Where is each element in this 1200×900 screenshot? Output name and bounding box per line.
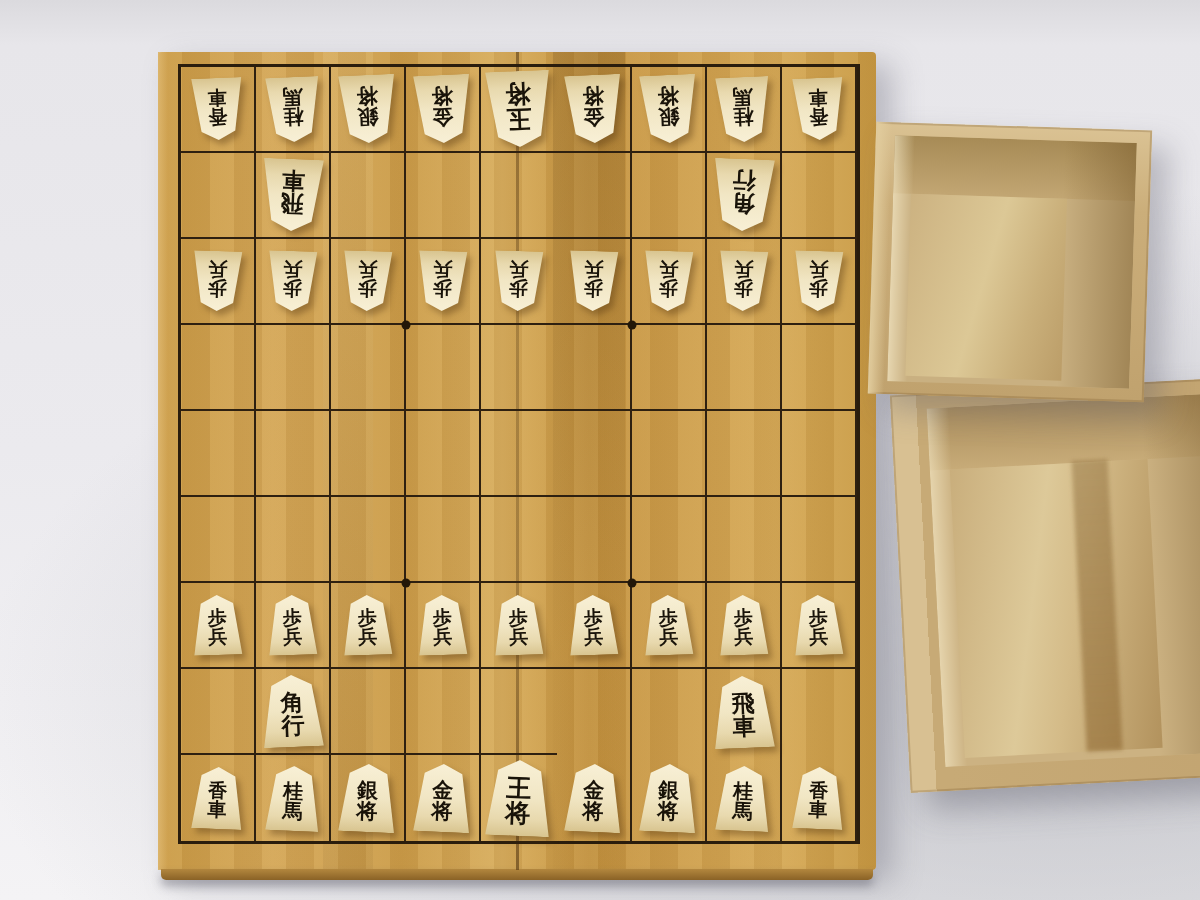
piece-kanji: 歩兵 [208, 260, 228, 299]
piece-kanji: 桂馬 [282, 87, 304, 128]
piece-gote-silver[interactable]: 銀将 [640, 75, 697, 143]
piece-face: 歩兵 [267, 250, 318, 311]
piece-face: 香車 [191, 766, 245, 830]
piece-face: 歩兵 [793, 250, 844, 311]
piece-kanji: 歩兵 [733, 608, 753, 647]
piece-kanji: 香車 [808, 88, 829, 127]
piece-face: 歩兵 [494, 250, 545, 311]
square-4a[interactable]: 金将 [557, 67, 632, 153]
piece-kanji: 歩兵 [808, 608, 828, 647]
square-5e[interactable] [481, 411, 556, 497]
square-9b[interactable] [181, 153, 256, 239]
square-7d[interactable] [331, 325, 406, 411]
piece-face: 歩兵 [342, 250, 393, 311]
piece-sente-bishop[interactable]: 角行 [262, 675, 323, 747]
square-2a[interactable]: 桂馬 [707, 67, 782, 153]
square-8d[interactable] [256, 325, 331, 411]
piece-kanji: 玉将 [505, 81, 532, 132]
square-9g[interactable]: 歩兵 [181, 583, 256, 669]
piece-face: 香車 [191, 77, 245, 141]
piece-kanji: 金将 [582, 779, 605, 822]
piece-sente-pawn[interactable]: 歩兵 [418, 595, 467, 655]
piece-kanji: 角行 [731, 169, 756, 216]
piece-kanji: 歩兵 [358, 608, 378, 647]
piece-kanji: 桂馬 [282, 780, 304, 821]
piece-face: 歩兵 [718, 250, 769, 311]
square-7f[interactable] [331, 497, 406, 583]
piece-kanji: 歩兵 [733, 260, 753, 299]
board-grid: 香車桂馬銀将金将玉将金将銀将桂馬香車飛車角行歩兵歩兵歩兵歩兵歩兵歩兵歩兵歩兵歩兵… [178, 64, 860, 844]
square-5f[interactable] [481, 497, 556, 583]
piece-face: 角行 [711, 158, 775, 232]
piece-kanji: 歩兵 [433, 608, 453, 647]
square-3g[interactable]: 歩兵 [632, 583, 707, 669]
piece-gote-king[interactable]: 玉将 [486, 71, 551, 147]
square-5h[interactable] [481, 669, 556, 755]
piece-face: 桂馬 [715, 764, 772, 831]
piece-gote-bishop[interactable]: 角行 [713, 159, 774, 231]
piece-kanji: 歩兵 [208, 608, 228, 647]
piece-kanji: 歩兵 [658, 260, 678, 299]
shogi-board: 香車桂馬銀将金将玉将金将銀将桂馬香車飛車角行歩兵歩兵歩兵歩兵歩兵歩兵歩兵歩兵歩兵… [158, 52, 876, 870]
square-9h[interactable] [181, 669, 256, 755]
piece-kanji: 飛車 [280, 169, 305, 216]
square-3e[interactable] [632, 411, 707, 497]
piece-kanji: 歩兵 [509, 608, 529, 647]
square-9f[interactable] [181, 497, 256, 583]
piece-kanji: 香車 [207, 88, 228, 127]
piece-box-small [868, 122, 1152, 403]
square-3h[interactable] [632, 669, 707, 755]
piece-sente-knight[interactable]: 桂馬 [266, 766, 320, 831]
piece-face: 銀将 [638, 74, 698, 144]
piece-face: 歩兵 [267, 594, 318, 655]
square-3b[interactable] [632, 153, 707, 239]
piece-kanji: 歩兵 [433, 260, 453, 299]
piece-kanji: 王将 [505, 775, 532, 826]
square-6e[interactable] [406, 411, 481, 497]
piece-gote-knight[interactable]: 桂馬 [716, 77, 770, 142]
square-4i[interactable]: 金将 [557, 755, 632, 841]
piece-sente-pawn[interactable]: 歩兵 [569, 595, 618, 655]
square-3i[interactable]: 銀将 [632, 755, 707, 841]
piece-sente-silver[interactable]: 銀将 [640, 764, 697, 832]
piece-face: 歩兵 [568, 594, 619, 655]
piece-kanji: 桂馬 [732, 780, 754, 821]
square-9d[interactable] [181, 325, 256, 411]
star-point [402, 579, 411, 588]
piece-sente-rook[interactable]: 飛車 [713, 676, 774, 748]
star-point [627, 579, 636, 588]
piece-face: 角行 [261, 674, 325, 748]
piece-face: 金将 [563, 763, 623, 833]
piece-face: 王将 [485, 759, 553, 838]
piece-face: 歩兵 [494, 594, 545, 655]
piece-sente-knight[interactable]: 桂馬 [716, 766, 770, 831]
square-1e[interactable] [782, 411, 857, 497]
piece-gote-gold[interactable]: 金将 [414, 75, 471, 143]
square-4b[interactable] [557, 153, 632, 239]
piece-kanji: 香車 [207, 781, 228, 820]
piece-box-small-interior [887, 135, 1137, 388]
piece-face: 歩兵 [192, 250, 243, 311]
piece-face: 歩兵 [418, 594, 469, 655]
piece-kanji: 銀将 [657, 85, 680, 128]
star-point [402, 320, 411, 329]
piece-kanji: 歩兵 [283, 608, 303, 647]
piece-gote-knight[interactable]: 桂馬 [266, 77, 320, 142]
piece-gote-rook[interactable]: 飛車 [262, 159, 323, 231]
piece-gote-pawn[interactable]: 歩兵 [418, 251, 467, 311]
square-6f[interactable] [406, 497, 481, 583]
square-3d[interactable] [632, 325, 707, 411]
piece-sente-lance[interactable]: 香車 [192, 767, 243, 829]
square-5b[interactable] [481, 153, 556, 239]
square-9a[interactable]: 香車 [181, 67, 256, 153]
piece-face: 金将 [563, 74, 623, 144]
piece-face: 金将 [413, 74, 473, 144]
square-6g[interactable]: 歩兵 [406, 583, 481, 669]
piece-face: 桂馬 [264, 75, 321, 142]
square-8h[interactable]: 角行 [256, 669, 331, 755]
piece-kanji: 桂馬 [732, 87, 754, 128]
piece-face: 銀将 [338, 763, 398, 833]
square-4e[interactable] [557, 411, 632, 497]
piece-sente-gold[interactable]: 金将 [565, 764, 622, 832]
piece-gote-lance[interactable]: 香車 [192, 78, 243, 140]
square-6i[interactable]: 金将 [406, 755, 481, 841]
piece-sente-pawn[interactable]: 歩兵 [268, 595, 317, 655]
piece-kanji: 角行 [280, 690, 305, 737]
piece-face: 歩兵 [418, 250, 469, 311]
square-4g[interactable]: 歩兵 [557, 583, 632, 669]
piece-face: 歩兵 [342, 594, 393, 655]
square-1b[interactable] [782, 153, 857, 239]
square-2d[interactable] [707, 325, 782, 411]
photo-scene: 香車桂馬銀将金将玉将金将銀将桂馬香車飛車角行歩兵歩兵歩兵歩兵歩兵歩兵歩兵歩兵歩兵… [0, 0, 1200, 900]
piece-kanji: 歩兵 [658, 608, 678, 647]
piece-face: 歩兵 [718, 594, 769, 655]
piece-sente-lance[interactable]: 香車 [793, 767, 844, 829]
piece-sente-pawn[interactable]: 歩兵 [719, 595, 768, 655]
piece-face: 香車 [792, 766, 846, 830]
square-2g[interactable]: 歩兵 [707, 583, 782, 669]
piece-gote-pawn[interactable]: 歩兵 [794, 251, 843, 311]
square-8b[interactable]: 飛車 [256, 153, 331, 239]
piece-kanji: 銀将 [657, 779, 680, 822]
square-7a[interactable]: 銀将 [331, 67, 406, 153]
piece-gote-lance[interactable]: 香車 [793, 78, 844, 140]
piece-face: 桂馬 [264, 764, 321, 831]
piece-gote-silver[interactable]: 銀将 [339, 75, 396, 143]
piece-face: 歩兵 [793, 594, 844, 655]
square-7h[interactable] [331, 669, 406, 755]
piece-sente-pawn[interactable]: 歩兵 [343, 595, 392, 655]
piece-kanji: 金将 [431, 85, 454, 128]
square-8g[interactable]: 歩兵 [256, 583, 331, 669]
square-8e[interactable] [256, 411, 331, 497]
square-2b[interactable]: 角行 [707, 153, 782, 239]
box-floor [950, 459, 1163, 758]
square-2f[interactable] [707, 497, 782, 583]
square-1i[interactable]: 香車 [782, 755, 857, 841]
piece-face: 歩兵 [643, 250, 694, 311]
piece-gote-pawn[interactable]: 歩兵 [193, 251, 242, 311]
piece-face: 歩兵 [192, 594, 243, 655]
piece-face: 飛車 [261, 158, 325, 232]
square-8c[interactable]: 歩兵 [256, 239, 331, 325]
piece-kanji: 歩兵 [283, 260, 303, 299]
box-right-wall [1057, 141, 1137, 389]
piece-face: 銀将 [638, 763, 698, 833]
square-6d[interactable] [406, 325, 481, 411]
square-5c[interactable]: 歩兵 [481, 239, 556, 325]
square-7i[interactable]: 銀将 [331, 755, 406, 841]
star-point [627, 320, 636, 329]
square-8a[interactable]: 桂馬 [256, 67, 331, 153]
piece-kanji: 金将 [582, 85, 605, 128]
square-9e[interactable] [181, 411, 256, 497]
piece-face: 桂馬 [715, 75, 772, 142]
square-1d[interactable] [782, 325, 857, 411]
piece-face: 玉将 [485, 70, 553, 149]
piece-face: 香車 [792, 77, 846, 141]
square-4c[interactable]: 歩兵 [557, 239, 632, 325]
piece-box-large [890, 377, 1200, 793]
piece-kanji: 銀将 [356, 779, 379, 822]
square-4f[interactable] [557, 497, 632, 583]
piece-face: 歩兵 [568, 250, 619, 311]
square-1g[interactable]: 歩兵 [782, 583, 857, 669]
square-2e[interactable] [707, 411, 782, 497]
square-1c[interactable]: 歩兵 [782, 239, 857, 325]
piece-gote-pawn[interactable]: 歩兵 [569, 251, 618, 311]
square-5i[interactable]: 王将 [481, 755, 556, 841]
square-3c[interactable]: 歩兵 [632, 239, 707, 325]
square-5a[interactable]: 玉将 [481, 67, 556, 153]
piece-gote-pawn[interactable]: 歩兵 [494, 251, 543, 311]
piece-face: 歩兵 [643, 594, 694, 655]
piece-kanji: 歩兵 [583, 260, 603, 299]
square-3f[interactable] [632, 497, 707, 583]
square-5d[interactable] [481, 325, 556, 411]
piece-kanji: 銀将 [356, 85, 379, 128]
piece-gote-pawn[interactable]: 歩兵 [268, 251, 317, 311]
piece-sente-pawn[interactable]: 歩兵 [494, 595, 543, 655]
square-6b[interactable] [406, 153, 481, 239]
square-3a[interactable]: 銀将 [632, 67, 707, 153]
piece-sente-gold[interactable]: 金将 [414, 764, 471, 832]
piece-gote-pawn[interactable]: 歩兵 [719, 251, 768, 311]
piece-gote-pawn[interactable]: 歩兵 [644, 251, 693, 311]
square-8f[interactable] [256, 497, 331, 583]
square-7e[interactable] [331, 411, 406, 497]
piece-kanji: 飛車 [731, 691, 756, 738]
piece-kanji: 金将 [431, 779, 454, 822]
piece-kanji: 歩兵 [509, 260, 529, 299]
square-7b[interactable] [331, 153, 406, 239]
piece-face: 飛車 [711, 675, 775, 749]
piece-kanji: 歩兵 [358, 260, 378, 299]
piece-kanji: 歩兵 [583, 608, 603, 647]
square-1a[interactable]: 香車 [782, 67, 857, 153]
square-7g[interactable]: 歩兵 [331, 583, 406, 669]
piece-sente-pawn[interactable]: 歩兵 [193, 595, 242, 655]
square-1h[interactable] [782, 669, 857, 755]
square-6h[interactable] [406, 669, 481, 755]
piece-gote-pawn[interactable]: 歩兵 [343, 251, 392, 311]
square-2i[interactable]: 桂馬 [707, 755, 782, 841]
piece-gote-gold[interactable]: 金将 [565, 75, 622, 143]
square-5g[interactable]: 歩兵 [481, 583, 556, 669]
piece-kanji: 歩兵 [808, 260, 828, 299]
square-1f[interactable] [782, 497, 857, 583]
piece-box-large-interior [927, 393, 1200, 768]
square-2h[interactable]: 飛車 [707, 669, 782, 755]
box-floor [905, 194, 1067, 381]
square-9i[interactable]: 香車 [181, 755, 256, 841]
square-7c[interactable]: 歩兵 [331, 239, 406, 325]
square-4h[interactable] [557, 669, 632, 755]
piece-face: 金将 [413, 763, 473, 833]
square-4d[interactable] [557, 325, 632, 411]
square-9c[interactable]: 歩兵 [181, 239, 256, 325]
piece-sente-pawn[interactable]: 歩兵 [644, 595, 693, 655]
piece-sente-king[interactable]: 王将 [486, 760, 551, 836]
square-6a[interactable]: 金将 [406, 67, 481, 153]
square-2c[interactable]: 歩兵 [707, 239, 782, 325]
square-6c[interactable]: 歩兵 [406, 239, 481, 325]
piece-face: 銀将 [338, 74, 398, 144]
piece-kanji: 香車 [808, 781, 829, 820]
piece-sente-silver[interactable]: 銀将 [339, 764, 396, 832]
square-8i[interactable]: 桂馬 [256, 755, 331, 841]
piece-sente-pawn[interactable]: 歩兵 [794, 595, 843, 655]
